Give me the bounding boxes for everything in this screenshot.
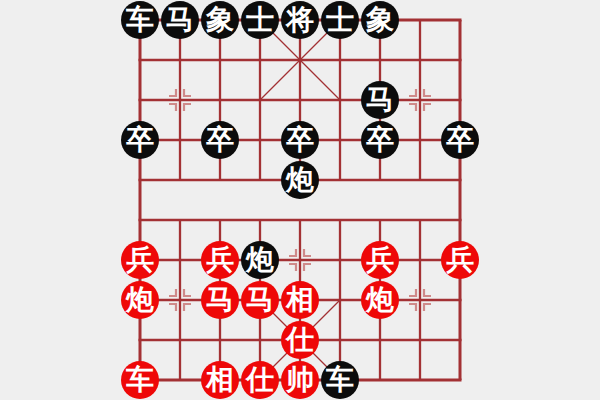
piece-red-horse[interactable]: 马 xyxy=(241,281,279,319)
piece-red-elephant[interactable]: 相 xyxy=(201,361,239,399)
piece-black-advisor[interactable]: 士 xyxy=(241,1,279,39)
piece-black-horse[interactable]: 马 xyxy=(361,81,399,119)
piece-black-advisor[interactable]: 士 xyxy=(321,1,359,39)
piece-black-soldier[interactable]: 卒 xyxy=(441,121,479,159)
piece-black-soldier[interactable]: 卒 xyxy=(281,121,319,159)
piece-red-soldier[interactable]: 兵 xyxy=(121,241,159,279)
piece-red-elephant[interactable]: 相 xyxy=(281,281,319,319)
piece-black-chariot[interactable]: 车 xyxy=(321,361,359,399)
piece-black-elephant[interactable]: 象 xyxy=(201,1,239,39)
piece-red-soldier[interactable]: 兵 xyxy=(361,241,399,279)
xiangqi-board[interactable]: 车马象士将士象马卒卒卒卒卒炮炮车兵兵兵兵炮马马相炮仕车相仕帅 xyxy=(120,0,480,400)
piece-red-horse[interactable]: 马 xyxy=(201,281,239,319)
piece-black-general[interactable]: 将 xyxy=(281,1,319,39)
piece-red-advisor[interactable]: 仕 xyxy=(281,321,319,359)
piece-red-cannon[interactable]: 炮 xyxy=(121,281,159,319)
xiangqi-screen: 车马象士将士象马卒卒卒卒卒炮炮车兵兵兵兵炮马马相炮仕车相仕帅 xyxy=(0,0,600,400)
piece-black-horse[interactable]: 马 xyxy=(161,1,199,39)
piece-black-soldier[interactable]: 卒 xyxy=(361,121,399,159)
piece-black-cannon[interactable]: 炮 xyxy=(281,161,319,199)
piece-red-advisor[interactable]: 仕 xyxy=(241,361,279,399)
piece-black-chariot[interactable]: 车 xyxy=(121,1,159,39)
piece-black-soldier[interactable]: 卒 xyxy=(201,121,239,159)
piece-red-soldier[interactable]: 兵 xyxy=(201,241,239,279)
piece-red-soldier[interactable]: 兵 xyxy=(441,241,479,279)
piece-black-cannon[interactable]: 炮 xyxy=(241,241,279,279)
piece-red-general[interactable]: 帅 xyxy=(281,361,319,399)
piece-black-soldier[interactable]: 卒 xyxy=(121,121,159,159)
piece-red-cannon[interactable]: 炮 xyxy=(361,281,399,319)
piece-red-chariot[interactable]: 车 xyxy=(121,361,159,399)
piece-black-elephant[interactable]: 象 xyxy=(361,1,399,39)
